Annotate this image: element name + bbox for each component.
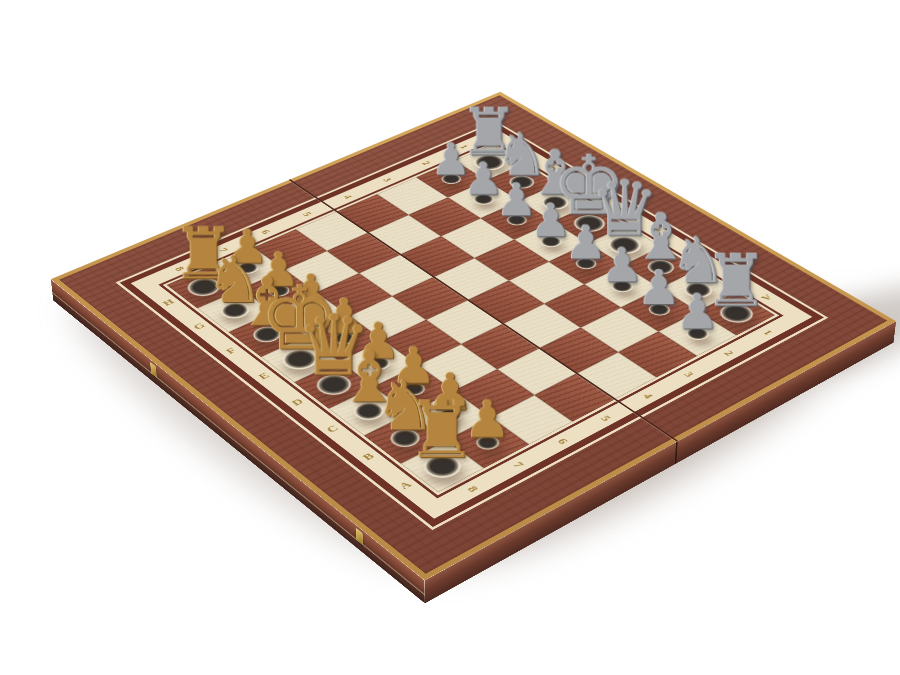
piece-glyph: ♜ (407, 393, 478, 466)
piece-glyph: ♟ (638, 265, 681, 309)
scene: HGFEDCBA HGFEDCBA 12345678 12345678 ♜♞♝♛… (0, 0, 900, 675)
photo-stage: HGFEDCBA HGFEDCBA 12345678 12345678 ♜♞♝♛… (0, 0, 900, 675)
fold-seam-edge-crack (675, 441, 678, 464)
piece-glyph: ♟ (676, 288, 720, 333)
chess-board: HGFEDCBA HGFEDCBA 12345678 12345678 ♜♞♝♛… (51, 92, 896, 581)
